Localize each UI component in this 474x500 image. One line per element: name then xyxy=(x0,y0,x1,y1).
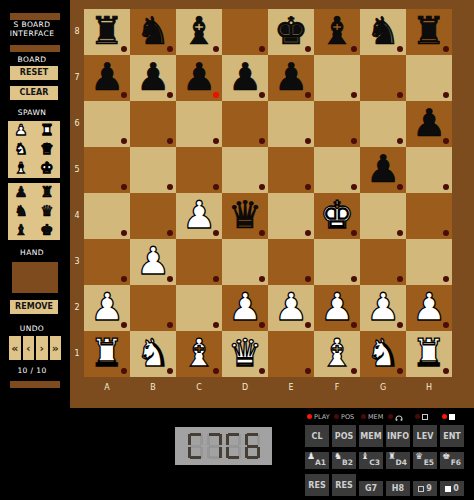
undo-forward-button[interactable]: › xyxy=(36,336,48,360)
square-led-c2 xyxy=(213,322,219,328)
keypad-row-3: RESRESG7H890 xyxy=(305,474,467,496)
rank-label-5: 5 xyxy=(70,147,84,193)
key-pos[interactable]: POS xyxy=(332,425,356,447)
black-queen-icon: ♛ xyxy=(40,204,53,219)
square-led-a6 xyxy=(121,138,127,144)
square-b2[interactable] xyxy=(130,285,176,331)
white-king-icon: ♚ xyxy=(40,161,53,176)
spawn-white-knight[interactable]: ♞ xyxy=(8,140,34,159)
file-label-h: H xyxy=(406,377,452,399)
square-e6[interactable] xyxy=(268,101,314,147)
spawn-white-queen[interactable]: ♛ xyxy=(34,140,60,159)
white-knight-icon: ♞ xyxy=(14,142,27,157)
square-led-e5 xyxy=(305,184,311,190)
led-white-square xyxy=(413,412,440,421)
black-king-icon: ♚ xyxy=(40,223,53,238)
file-label-c: C xyxy=(176,377,222,399)
key-d4[interactable]: ♜D4 xyxy=(386,452,410,469)
led-pos: POS xyxy=(332,412,359,421)
square-c3[interactable] xyxy=(176,239,222,285)
square-led-f4 xyxy=(351,230,357,236)
spawn-white-pawn[interactable]: ♟ xyxy=(8,121,34,140)
file-label-b: B xyxy=(130,377,176,399)
square-h8[interactable]: ♜ xyxy=(406,9,452,55)
undo-last-button[interactable]: » xyxy=(50,336,62,360)
square-d6[interactable] xyxy=(222,101,268,147)
status-led-row: PLAYPOSMEM xyxy=(305,412,467,421)
square-f1[interactable]: ♝ xyxy=(314,331,360,377)
sidebar: S BOARD INTERFACE BOARD RESET CLEAR SPAW… xyxy=(0,0,64,500)
square-b3[interactable]: ♟ xyxy=(130,239,176,285)
spawn-black-rook[interactable]: ♜ xyxy=(34,183,60,202)
led-dot-sound xyxy=(388,414,393,419)
white-bishop-icon: ♝ xyxy=(14,161,27,176)
square-led-b2 xyxy=(167,322,173,328)
square-led-d2 xyxy=(259,322,265,328)
led-dot-black-square xyxy=(442,414,447,419)
square-led-d3 xyxy=(259,276,265,282)
keypad-row-1: CLPOSMEMINFOLEVENT xyxy=(305,425,467,447)
square-led-f1 xyxy=(351,368,357,374)
square-led-f6 xyxy=(351,138,357,144)
square-a4[interactable] xyxy=(84,193,130,239)
square-c2[interactable] xyxy=(176,285,222,331)
led-black-square xyxy=(440,412,467,421)
hand-section-label: HAND xyxy=(0,248,64,257)
square-a3[interactable] xyxy=(84,239,130,285)
board-section-label: BOARD xyxy=(0,55,64,64)
lcd-digit-4 xyxy=(245,433,260,459)
square-led-b3 xyxy=(167,276,173,282)
square-led-g3 xyxy=(397,276,403,282)
spawn-panel-white: ♟♜♞♛♝♚ xyxy=(8,121,60,178)
square-d3[interactable] xyxy=(222,239,268,285)
square-led-g8 xyxy=(397,46,403,52)
square-d8[interactable] xyxy=(222,9,268,55)
undo-back-button[interactable]: ‹ xyxy=(23,336,35,360)
square-led-c8 xyxy=(213,46,219,52)
square-g7[interactable] xyxy=(360,55,406,101)
square-led-b8 xyxy=(167,46,173,52)
reset-button[interactable]: RESET xyxy=(10,66,58,80)
square-led-h2 xyxy=(443,322,449,328)
square-c8[interactable]: ♝ xyxy=(176,9,222,55)
square-g6[interactable] xyxy=(360,101,406,147)
square-led-c4 xyxy=(213,230,219,236)
square-led-e3 xyxy=(305,276,311,282)
spawn-black-king[interactable]: ♚ xyxy=(34,221,60,240)
square-e5[interactable] xyxy=(268,147,314,193)
black-square-icon xyxy=(449,414,455,420)
square-d1[interactable]: ♛ xyxy=(222,331,268,377)
square-a6[interactable] xyxy=(84,101,130,147)
square-d7[interactable]: ♟ xyxy=(222,55,268,101)
accent-bar-top xyxy=(10,13,60,20)
rank-label-3: 3 xyxy=(70,239,84,285)
spawn-white-bishop[interactable]: ♝ xyxy=(8,159,34,178)
accent-bar-mid xyxy=(10,45,60,52)
square-a1[interactable]: ♜ xyxy=(84,331,130,377)
square-led-f3 xyxy=(351,276,357,282)
undo-count: 10 / 10 xyxy=(0,366,64,375)
key-res-1[interactable]: RES xyxy=(305,474,329,496)
square-b7[interactable]: ♟ xyxy=(130,55,176,101)
square-led-a8 xyxy=(121,46,127,52)
square-led-h3 xyxy=(443,276,449,282)
square-f4[interactable]: ♚ xyxy=(314,193,360,239)
square-c1[interactable]: ♝ xyxy=(176,331,222,377)
rank-label-1: 1 xyxy=(70,331,84,377)
app-title-line1: S BOARD xyxy=(0,20,64,29)
led-mem: MEM xyxy=(359,412,386,421)
square-led-g2 xyxy=(397,322,403,328)
rank-label-2: 2 xyxy=(70,285,84,331)
square-led-a3 xyxy=(121,276,127,282)
square-led-e6 xyxy=(305,138,311,144)
square-led-c1 xyxy=(213,368,219,374)
square-e7[interactable]: ♟ xyxy=(268,55,314,101)
square-h2[interactable]: ♟ xyxy=(406,285,452,331)
square-e1[interactable] xyxy=(268,331,314,377)
accent-bar-bottom xyxy=(10,381,60,388)
key-0[interactable]: 0 xyxy=(440,481,464,496)
square-c4[interactable]: ♟ xyxy=(176,193,222,239)
square-h5[interactable] xyxy=(406,147,452,193)
square-led-f7 xyxy=(351,92,357,98)
square-led-e2 xyxy=(305,322,311,328)
square-a8[interactable]: ♜ xyxy=(84,9,130,55)
square-led-h4 xyxy=(443,230,449,236)
white-knight-icon: ♞ xyxy=(334,452,342,461)
white-rook-icon: ♜ xyxy=(40,123,53,138)
white-pawn-icon: ♟ xyxy=(307,452,315,461)
spawn-section-label: SPAWN xyxy=(0,108,64,117)
key-ent[interactable]: ENT xyxy=(440,425,464,447)
spawn-black-knight[interactable]: ♞ xyxy=(8,202,34,221)
led-dot-play xyxy=(307,414,312,419)
square-led-e4 xyxy=(305,230,311,236)
led-dot-mem xyxy=(361,414,366,419)
keypad: PLAYPOSMEM CLPOSMEMINFOLEVENT ♟A1♞B2♝C3♜… xyxy=(305,411,467,499)
key-info[interactable]: INFO xyxy=(386,425,410,447)
square-g8[interactable]: ♞ xyxy=(360,9,406,55)
square-led-h5 xyxy=(443,184,449,190)
black-rook-icon: ♜ xyxy=(40,185,53,200)
key-h8[interactable]: H8 xyxy=(386,481,410,496)
square-led-g6 xyxy=(397,138,403,144)
hand-slot[interactable] xyxy=(12,262,58,293)
remove-button[interactable]: REMOVE xyxy=(10,300,58,314)
key-f6[interactable]: ♚F6 xyxy=(440,452,464,469)
square-led-d6 xyxy=(259,138,265,144)
square-led-h8 xyxy=(443,46,449,52)
file-label-a: A xyxy=(84,377,130,399)
black-knight-icon: ♞ xyxy=(14,204,27,219)
square-led-h7 xyxy=(443,92,449,98)
square-f8[interactable]: ♝ xyxy=(314,9,360,55)
square-led-e8 xyxy=(305,46,311,52)
rank-label-7: 7 xyxy=(70,55,84,101)
lcd-display xyxy=(175,427,272,465)
key-g7[interactable]: G7 xyxy=(359,481,383,496)
square-led-d7 xyxy=(259,92,265,98)
square-led-a1 xyxy=(121,368,127,374)
lcd-digit-1 xyxy=(188,433,203,459)
key-res-2[interactable]: RES xyxy=(332,474,356,496)
square-h4[interactable] xyxy=(406,193,452,239)
chess-computer-app: S BOARD INTERFACE BOARD RESET CLEAR SPAW… xyxy=(0,0,474,500)
square-f6[interactable] xyxy=(314,101,360,147)
square-g2[interactable]: ♟ xyxy=(360,285,406,331)
rank-label-4: 4 xyxy=(70,193,84,239)
square-d5[interactable] xyxy=(222,147,268,193)
key-cl[interactable]: CL xyxy=(305,425,329,447)
square-led-b6 xyxy=(167,138,173,144)
keypad-row-2: ♟A1♞B2♝C3♜D4♛E5♚F6 xyxy=(305,452,467,469)
undo-section-label: UNDO xyxy=(0,324,64,333)
square-led-d8 xyxy=(259,46,265,52)
led-sound xyxy=(386,412,413,421)
square-led-e7 xyxy=(305,92,311,98)
square-h6[interactable]: ♟ xyxy=(406,101,452,147)
square-b5[interactable] xyxy=(130,147,176,193)
led-play: PLAY xyxy=(305,412,332,421)
square-c5[interactable] xyxy=(176,147,222,193)
square-h1[interactable]: ♜ xyxy=(406,331,452,377)
lcd-digit-3 xyxy=(226,433,241,459)
key-b2[interactable]: ♞B2 xyxy=(332,452,356,469)
lcd-digit-2 xyxy=(207,433,222,459)
square-led-f2 xyxy=(351,322,357,328)
square-led-b7 xyxy=(167,92,173,98)
square-led-a2 xyxy=(121,322,127,328)
key-c3[interactable]: ♝C3 xyxy=(359,452,383,469)
square-b4[interactable] xyxy=(130,193,176,239)
square-e2[interactable]: ♟ xyxy=(268,285,314,331)
key-e5[interactable]: ♛E5 xyxy=(413,452,437,469)
file-label-f: F xyxy=(314,377,360,399)
square-f2[interactable]: ♟ xyxy=(314,285,360,331)
square-f5[interactable] xyxy=(314,147,360,193)
square-led-h1 xyxy=(443,368,449,374)
chess-board: ♜♞♝♚♝♞♜♟♟♟♟♟♟♟♟♛♚♟♟♟♟♟♟♟♜♞♝♛♝♞♜ xyxy=(84,9,452,377)
square-led-d4 xyxy=(259,230,265,236)
square-b6[interactable] xyxy=(130,101,176,147)
key-mem[interactable]: MEM xyxy=(359,425,383,447)
white-bishop-icon: ♝ xyxy=(361,452,369,461)
square-led-h6 xyxy=(443,138,449,144)
black-square-icon xyxy=(445,486,451,492)
square-led-a7 xyxy=(121,92,127,98)
board-panel: 87654321 ♜♞♝♚♝♞♜♟♟♟♟♟♟♟♟♛♚♟♟♟♟♟♟♟♜♞♝♛♝♞♜… xyxy=(70,0,474,408)
white-king-icon: ♚ xyxy=(442,452,450,461)
square-a7[interactable]: ♟ xyxy=(84,55,130,101)
undo-first-button[interactable]: « xyxy=(9,336,21,360)
key-9[interactable]: 9 xyxy=(413,481,437,496)
square-led-b5 xyxy=(167,184,173,190)
rank-label-6: 6 xyxy=(70,101,84,147)
file-label-e: E xyxy=(268,377,314,399)
square-h7[interactable] xyxy=(406,55,452,101)
square-led-f8 xyxy=(351,46,357,52)
square-led-f5 xyxy=(351,184,357,190)
square-led-b1 xyxy=(167,368,173,374)
led-dot-white-square xyxy=(415,414,420,419)
square-g3[interactable] xyxy=(360,239,406,285)
spawn-panel-black: ♟♜♞♛♝♚ xyxy=(8,183,60,240)
square-c7[interactable]: ♟ xyxy=(176,55,222,101)
square-led-c3 xyxy=(213,276,219,282)
square-led-g4 xyxy=(397,230,403,236)
square-led-e1 xyxy=(305,368,311,374)
sound-icon xyxy=(395,407,403,426)
square-b8[interactable]: ♞ xyxy=(130,9,176,55)
square-led-d1 xyxy=(259,368,265,374)
clear-button[interactable]: CLEAR xyxy=(10,86,58,100)
square-e4[interactable] xyxy=(268,193,314,239)
key-lev[interactable]: LEV xyxy=(413,425,437,447)
square-led-a4 xyxy=(121,230,127,236)
black-pawn-icon: ♟ xyxy=(14,185,27,200)
file-label-d: D xyxy=(222,377,268,399)
file-label-g: G xyxy=(360,377,406,399)
white-pawn-icon: ♟ xyxy=(14,123,27,138)
app-title-line2: INTERFACE xyxy=(0,29,64,38)
white-queen-icon: ♛ xyxy=(40,142,53,157)
square-f7[interactable] xyxy=(314,55,360,101)
square-a5[interactable] xyxy=(84,147,130,193)
undo-controls: «‹›» xyxy=(9,336,61,360)
square-led-c7 xyxy=(213,92,219,98)
white-square-icon xyxy=(418,486,424,492)
square-led-b4 xyxy=(167,230,173,236)
square-e3[interactable] xyxy=(268,239,314,285)
square-led-d5 xyxy=(259,184,265,190)
key-a1[interactable]: ♟A1 xyxy=(305,452,329,469)
white-square-icon xyxy=(422,414,428,420)
square-led-a5 xyxy=(121,184,127,190)
square-a2[interactable]: ♟ xyxy=(84,285,130,331)
square-led-g5 xyxy=(397,184,403,190)
spawn-black-queen[interactable]: ♛ xyxy=(34,202,60,221)
square-led-g7 xyxy=(397,92,403,98)
spawn-black-bishop[interactable]: ♝ xyxy=(8,221,34,240)
square-g4[interactable] xyxy=(360,193,406,239)
spawn-white-king[interactable]: ♚ xyxy=(34,159,60,178)
rank-label-8: 8 xyxy=(70,9,84,55)
square-led-c6 xyxy=(213,138,219,144)
led-dot-pos xyxy=(334,414,339,419)
spawn-black-pawn[interactable]: ♟ xyxy=(8,183,34,202)
square-d2[interactable]: ♟ xyxy=(222,285,268,331)
square-f3[interactable] xyxy=(314,239,360,285)
square-b1[interactable]: ♞ xyxy=(130,331,176,377)
white-queen-icon: ♛ xyxy=(415,452,423,461)
square-h3[interactable] xyxy=(406,239,452,285)
square-d4[interactable]: ♛ xyxy=(222,193,268,239)
square-c6[interactable] xyxy=(176,101,222,147)
square-led-g1 xyxy=(397,368,403,374)
spawn-white-rook[interactable]: ♜ xyxy=(34,121,60,140)
square-g1[interactable]: ♞ xyxy=(360,331,406,377)
square-e8[interactable]: ♚ xyxy=(268,9,314,55)
square-g5[interactable]: ♟ xyxy=(360,147,406,193)
square-led-c5 xyxy=(213,184,219,190)
black-bishop-icon: ♝ xyxy=(14,223,27,238)
